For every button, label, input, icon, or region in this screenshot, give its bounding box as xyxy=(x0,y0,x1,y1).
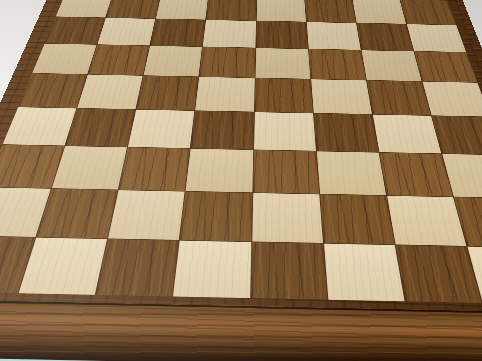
square-c2[interactable] xyxy=(108,190,185,240)
square-f8[interactable] xyxy=(305,0,356,23)
square-f3[interactable] xyxy=(316,151,385,195)
square-e8[interactable] xyxy=(256,0,305,22)
square-b7[interactable] xyxy=(97,18,155,46)
square-b2[interactable] xyxy=(37,189,118,239)
square-b6[interactable] xyxy=(88,45,149,76)
square-h7[interactable] xyxy=(407,24,466,52)
square-f7[interactable] xyxy=(306,22,360,50)
square-g6[interactable] xyxy=(361,50,421,81)
square-f1[interactable] xyxy=(324,244,405,302)
square-a7[interactable] xyxy=(45,17,106,45)
square-f6[interactable] xyxy=(309,49,366,80)
square-f5[interactable] xyxy=(311,79,372,114)
square-e3[interactable] xyxy=(253,150,319,194)
square-g2[interactable] xyxy=(387,196,466,246)
square-a5[interactable] xyxy=(18,74,87,108)
square-g5[interactable] xyxy=(367,81,431,116)
chessboard-frame xyxy=(0,0,482,313)
square-d2[interactable] xyxy=(180,191,252,241)
square-c5[interactable] xyxy=(136,76,198,110)
square-e2[interactable] xyxy=(252,193,323,243)
square-h5[interactable] xyxy=(422,82,482,117)
square-h6[interactable] xyxy=(414,51,477,82)
square-g8[interactable] xyxy=(352,0,406,24)
square-e5[interactable] xyxy=(254,78,312,112)
board-grid xyxy=(0,0,482,305)
square-g7[interactable] xyxy=(357,23,414,51)
square-d3[interactable] xyxy=(186,148,253,192)
square-d7[interactable] xyxy=(203,20,256,48)
square-f2[interactable] xyxy=(320,194,395,244)
square-d5[interactable] xyxy=(195,77,254,111)
chessboard-photo xyxy=(0,0,482,361)
board-edge-molding xyxy=(0,300,482,361)
square-b5[interactable] xyxy=(77,75,142,109)
square-e7[interactable] xyxy=(256,21,308,49)
square-c4[interactable] xyxy=(128,109,194,148)
square-b3[interactable] xyxy=(52,146,127,190)
square-c1[interactable] xyxy=(96,239,179,296)
square-e4[interactable] xyxy=(254,112,316,151)
square-e6[interactable] xyxy=(255,48,310,79)
square-a6[interactable] xyxy=(32,44,96,75)
square-c6[interactable] xyxy=(144,46,203,77)
square-g4[interactable] xyxy=(373,114,442,153)
square-c3[interactable] xyxy=(119,147,190,191)
square-d4[interactable] xyxy=(191,111,254,150)
square-g3[interactable] xyxy=(379,152,453,196)
square-a4[interactable] xyxy=(3,107,77,145)
square-f4[interactable] xyxy=(314,113,379,152)
square-b4[interactable] xyxy=(65,108,135,146)
square-e1[interactable] xyxy=(251,242,327,300)
square-a8[interactable] xyxy=(56,0,113,18)
square-d8[interactable] xyxy=(206,0,256,21)
square-h8[interactable] xyxy=(400,0,456,25)
square-d1[interactable] xyxy=(173,241,251,299)
square-c7[interactable] xyxy=(150,19,205,47)
board-tilt-wrapper xyxy=(0,0,482,361)
square-b8[interactable] xyxy=(106,0,161,19)
square-c8[interactable] xyxy=(156,0,208,20)
square-d6[interactable] xyxy=(199,47,255,78)
